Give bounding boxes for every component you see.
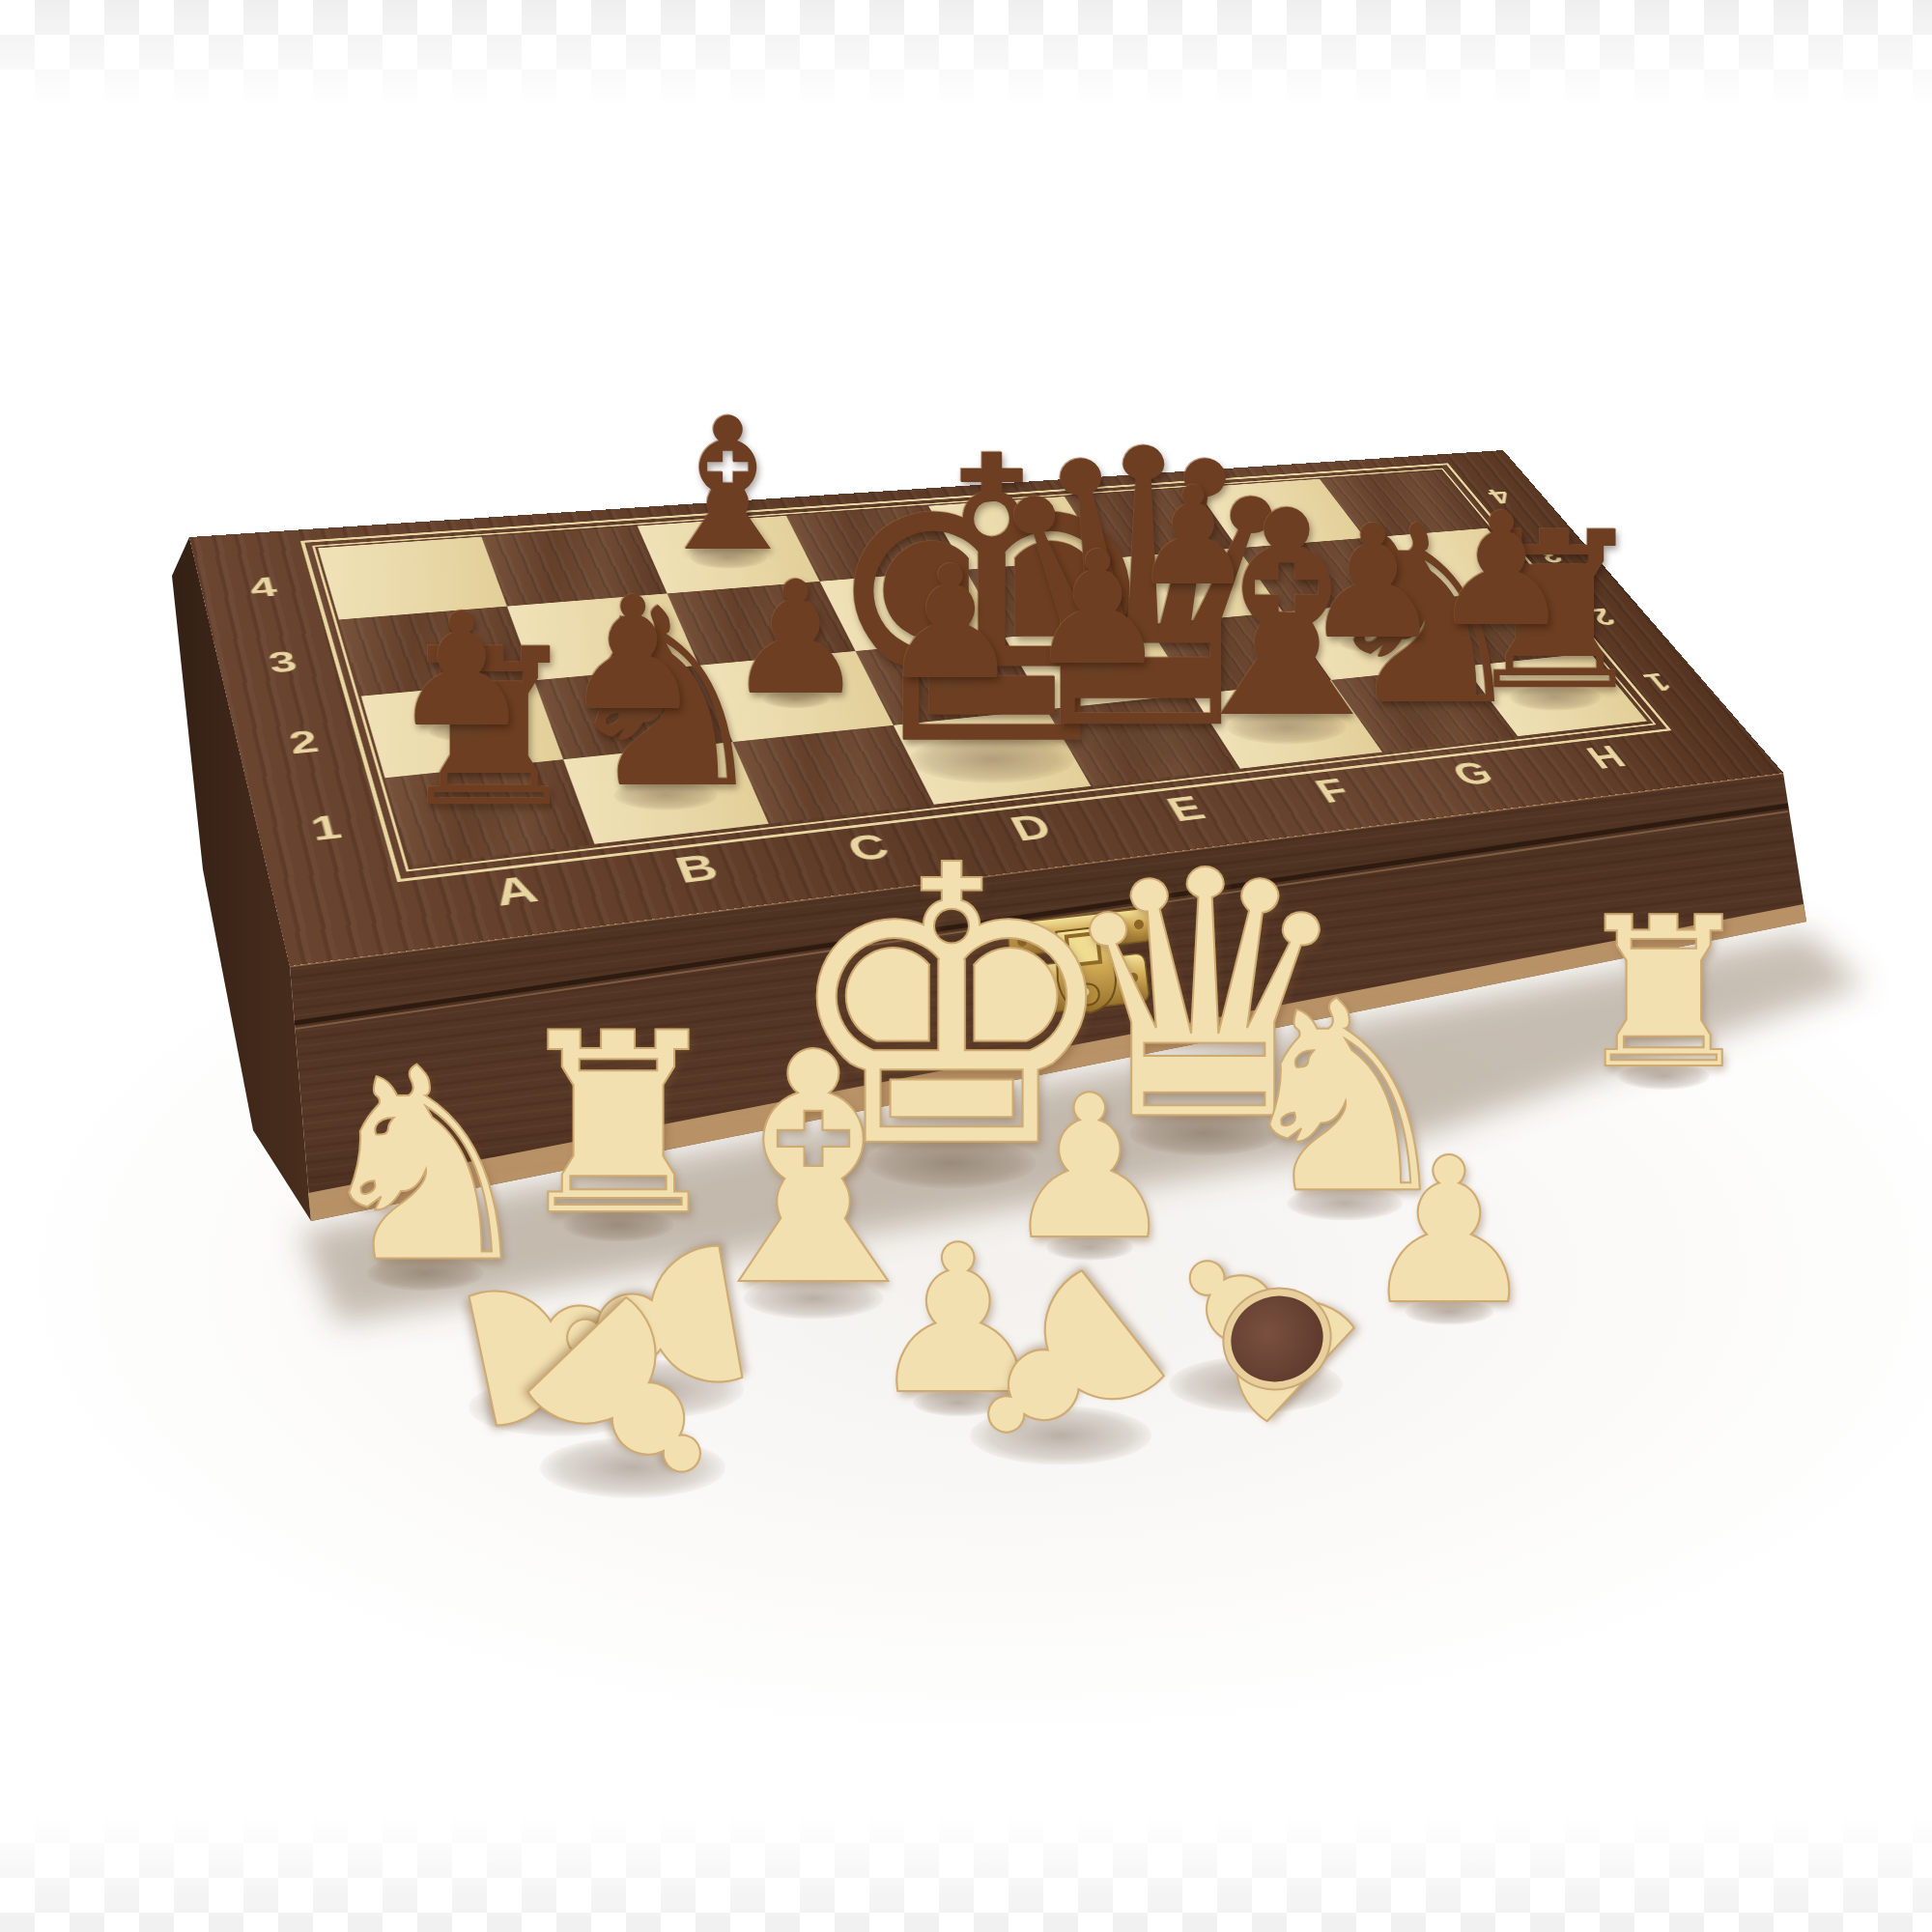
dark-pawn-f3[interactable]: ♟ (1133, 469, 1255, 605)
light-rook-standing-9[interactable]: ♜ (1571, 890, 1757, 1097)
light-pawn-standing-8[interactable]: ♟ (1359, 1131, 1539, 1332)
dark-pawn-b2[interactable]: ♟ (563, 576, 703, 732)
dark-pawn-d2[interactable]: ♟ (880, 545, 1020, 701)
product-photo-stage: ABCDEFGH43214321 ♜♞♚♛♝♞♜♟♟♟♟♟♟♟♟♝♞♜♝♚♟♟♛… (0, 0, 1932, 1932)
dark-pawn-a2[interactable]: ♟ (391, 592, 531, 749)
dark-pawn-g2[interactable]: ♟ (1303, 504, 1443, 661)
dark-pawn-h2[interactable]: ♟ (1432, 492, 1572, 648)
dark-bishop-c4[interactable]: ♝ (646, 394, 810, 578)
